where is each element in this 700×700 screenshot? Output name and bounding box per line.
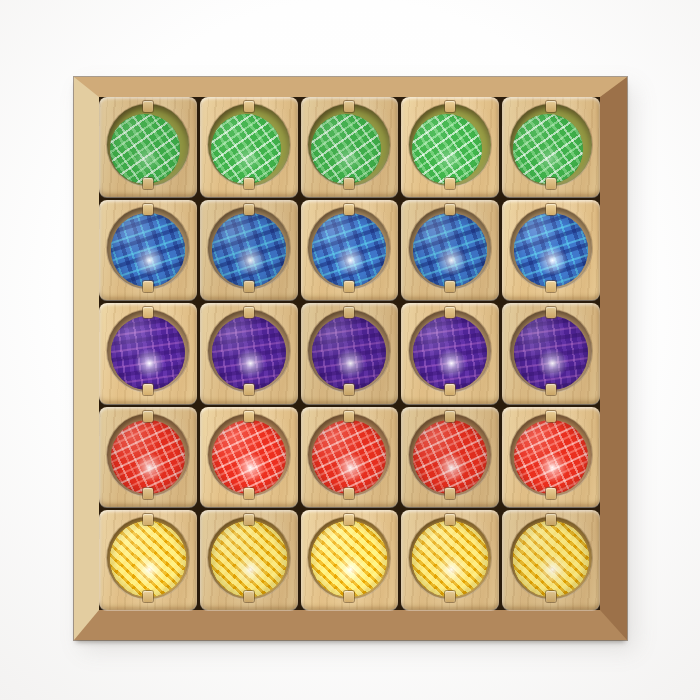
peg-bottom-icon (143, 178, 153, 189)
peg-top-icon (546, 101, 556, 112)
peg-bottom-icon (143, 281, 153, 292)
peg-top-icon (344, 101, 354, 112)
board-cell-r1c4[interactable] (401, 97, 499, 197)
peg-bottom-icon (344, 178, 354, 189)
recess-socket (409, 104, 491, 186)
peg-bottom-icon (244, 281, 254, 292)
green-disc[interactable] (412, 114, 482, 184)
peg-bottom-icon (546, 488, 556, 499)
recess-socket (208, 414, 290, 496)
peg-top-icon (445, 411, 455, 422)
recess-socket (510, 414, 592, 496)
peg-bottom-icon (344, 281, 354, 292)
red-disc[interactable] (413, 420, 487, 494)
peg-top-icon (344, 514, 354, 525)
peg-bottom-icon (143, 384, 153, 395)
recess-socket (107, 517, 189, 599)
recess-socket (308, 414, 390, 496)
recess-socket (107, 414, 189, 496)
recess-socket (510, 310, 592, 392)
peg-bottom-icon (445, 591, 455, 602)
recess-socket (308, 207, 390, 289)
board-cell-r5c4[interactable] (401, 510, 499, 610)
recess-socket (510, 517, 592, 599)
recess-socket (107, 104, 189, 186)
recess-socket (510, 104, 592, 186)
peg-top-icon (445, 204, 455, 215)
peg-top-icon (344, 411, 354, 422)
green-disc[interactable] (211, 114, 281, 184)
blue-disc[interactable] (413, 213, 487, 287)
recess-socket (409, 310, 491, 392)
board-cell-r1c1[interactable] (99, 97, 197, 197)
blue-disc[interactable] (514, 213, 588, 287)
recess-socket (510, 207, 592, 289)
yellow-disc[interactable] (211, 521, 287, 597)
board-cell-r4c4[interactable] (401, 407, 499, 507)
peg-bottom-icon (546, 178, 556, 189)
board-cell-r1c3[interactable] (301, 97, 399, 197)
recess-socket (208, 517, 290, 599)
peg-top-icon (244, 514, 254, 525)
recess-socket (308, 310, 390, 392)
peg-bottom-icon (143, 591, 153, 602)
recess-socket (208, 310, 290, 392)
board-cell-r4c5[interactable] (502, 407, 600, 507)
peg-top-icon (143, 101, 153, 112)
peg-bottom-icon (546, 384, 556, 395)
peg-bottom-icon (445, 488, 455, 499)
yellow-disc[interactable] (311, 521, 387, 597)
peg-bottom-icon (445, 384, 455, 395)
peg-top-icon (445, 514, 455, 525)
red-disc[interactable] (212, 420, 286, 494)
board-cell-r5c2[interactable] (200, 510, 298, 610)
peg-top-icon (143, 514, 153, 525)
recess-socket (409, 414, 491, 496)
board-cell-r3c3[interactable] (301, 303, 399, 403)
blue-disc[interactable] (312, 213, 386, 287)
recess-socket (308, 517, 390, 599)
board-cell-r2c3[interactable] (301, 200, 399, 300)
board-cell-r3c2[interactable] (200, 303, 298, 403)
red-disc[interactable] (111, 420, 185, 494)
board-cell-r3c5[interactable] (502, 303, 600, 403)
block-tray-board (74, 77, 627, 640)
peg-top-icon (244, 101, 254, 112)
recess-socket (308, 104, 390, 186)
peg-top-icon (344, 204, 354, 215)
peg-top-icon (546, 307, 556, 318)
peg-bottom-icon (344, 384, 354, 395)
blue-disc[interactable] (212, 213, 286, 287)
board-grid (99, 97, 600, 610)
yellow-disc[interactable] (513, 521, 589, 597)
peg-top-icon (445, 101, 455, 112)
board-cell-r5c1[interactable] (99, 510, 197, 610)
board-cell-r5c5[interactable] (502, 510, 600, 610)
peg-bottom-icon (244, 488, 254, 499)
board-cell-r2c5[interactable] (502, 200, 600, 300)
purple-disc[interactable] (111, 316, 185, 390)
peg-bottom-icon (445, 281, 455, 292)
board-cell-r4c3[interactable] (301, 407, 399, 507)
peg-bottom-icon (344, 488, 354, 499)
peg-bottom-icon (244, 178, 254, 189)
green-disc[interactable] (110, 114, 180, 184)
purple-disc[interactable] (312, 316, 386, 390)
green-disc[interactable] (513, 114, 583, 184)
yellow-disc[interactable] (412, 521, 488, 597)
peg-bottom-icon (546, 591, 556, 602)
peg-top-icon (244, 411, 254, 422)
peg-bottom-icon (244, 384, 254, 395)
red-disc[interactable] (312, 420, 386, 494)
peg-top-icon (143, 204, 153, 215)
purple-disc[interactable] (514, 316, 588, 390)
recess-socket (409, 207, 491, 289)
peg-bottom-icon (143, 488, 153, 499)
board-cell-r1c2[interactable] (200, 97, 298, 197)
board-cell-r2c4[interactable] (401, 200, 499, 300)
yellow-disc[interactable] (110, 521, 186, 597)
photo-stage (0, 0, 700, 700)
red-disc[interactable] (514, 420, 588, 494)
purple-disc[interactable] (212, 316, 286, 390)
peg-top-icon (546, 514, 556, 525)
peg-bottom-icon (546, 281, 556, 292)
peg-top-icon (244, 204, 254, 215)
recess-socket (107, 310, 189, 392)
peg-top-icon (546, 204, 556, 215)
recess-socket (107, 207, 189, 289)
recess-socket (208, 104, 290, 186)
peg-top-icon (445, 307, 455, 318)
peg-bottom-icon (445, 178, 455, 189)
blue-disc[interactable] (111, 213, 185, 287)
board-cell-r3c4[interactable] (401, 303, 499, 403)
recess-socket (409, 517, 491, 599)
board-cell-r1c5[interactable] (502, 97, 600, 197)
peg-bottom-icon (244, 591, 254, 602)
green-disc[interactable] (311, 114, 381, 184)
peg-top-icon (143, 307, 153, 318)
board-cell-r5c3[interactable] (301, 510, 399, 610)
peg-top-icon (244, 307, 254, 318)
recess-socket (208, 207, 290, 289)
board-cell-r2c1[interactable] (99, 200, 197, 300)
board-cell-r4c2[interactable] (200, 407, 298, 507)
board-cell-r3c1[interactable] (99, 303, 197, 403)
board-cell-r4c1[interactable] (99, 407, 197, 507)
peg-bottom-icon (344, 591, 354, 602)
peg-top-icon (546, 411, 556, 422)
purple-disc[interactable] (413, 316, 487, 390)
board-cell-r2c2[interactable] (200, 200, 298, 300)
peg-top-icon (344, 307, 354, 318)
peg-top-icon (143, 411, 153, 422)
